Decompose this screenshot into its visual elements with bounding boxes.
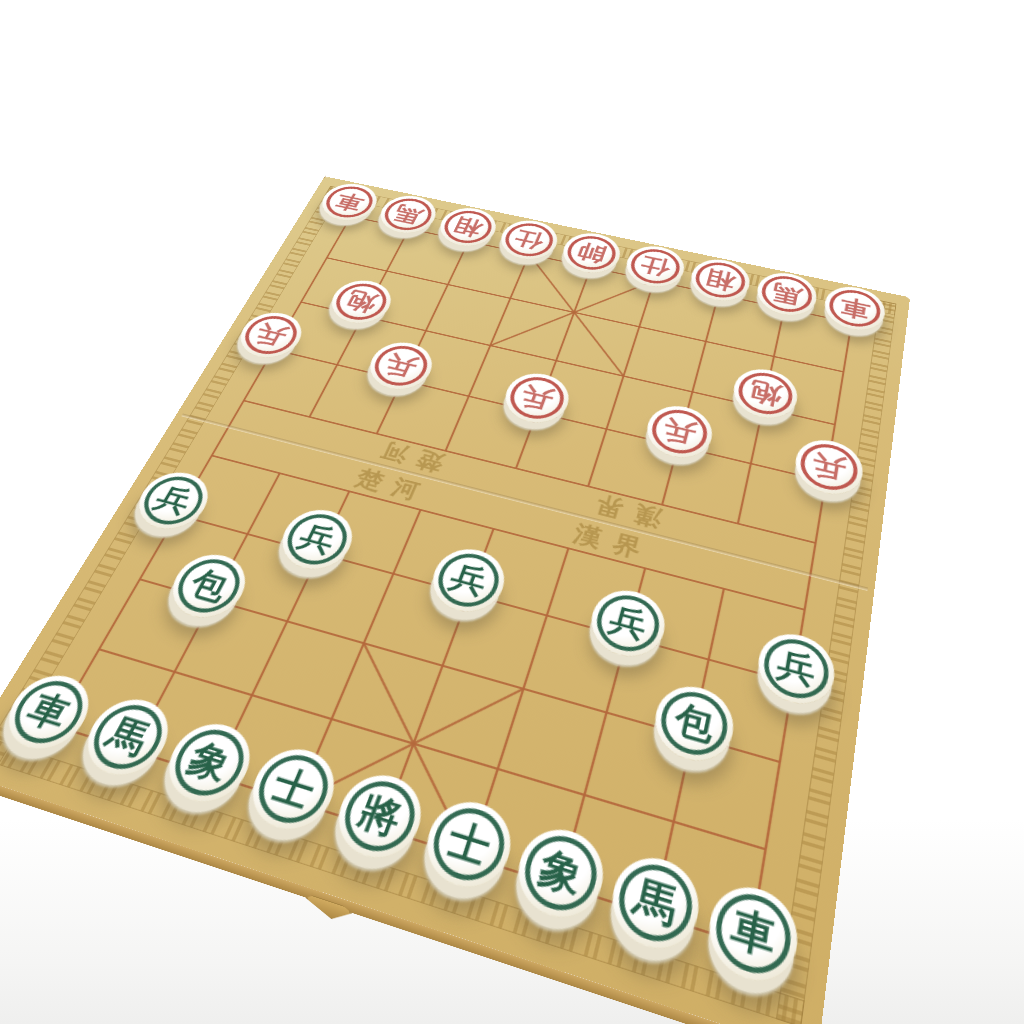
piece-character: 兵: [583, 583, 671, 665]
piece-character: 仕: [494, 216, 563, 264]
piece-character: 車: [821, 282, 887, 336]
piece-green-cannon[interactable]: 包: [160, 547, 257, 625]
scene: 楚河 漢界 楚河 漢界 車馬相仕帥仕相馬車炮炮兵兵兵兵兵兵兵兵兵兵包包車馬象士將…: [0, 0, 1024, 1024]
piece-character: 車: [314, 180, 385, 225]
piece-red-elephant[interactable]: 相: [686, 255, 754, 306]
piece-red-soldier[interactable]: 兵: [791, 434, 866, 501]
piece-character: 帥: [557, 229, 626, 278]
piece-red-soldier[interactable]: 兵: [361, 337, 440, 395]
piece-green-general[interactable]: 將: [326, 766, 432, 868]
piece-character: 兵: [641, 400, 718, 464]
piece-green-advisor[interactable]: 士: [416, 792, 521, 897]
piece-green-soldier[interactable]: 兵: [583, 583, 671, 665]
piece-character: 兵: [271, 503, 362, 577]
piece-red-advisor[interactable]: 仕: [494, 216, 563, 264]
piece-red-horse[interactable]: 馬: [753, 268, 820, 320]
piece-character: 馬: [604, 848, 706, 960]
piece-character: 兵: [753, 626, 839, 713]
piece-red-elephant[interactable]: 相: [433, 204, 503, 251]
photo-background: 楚河 漢界 楚河 漢界 車馬相仕帥仕相馬車炮炮兵兵兵兵兵兵兵兵兵兵包包車馬象士將…: [0, 0, 1024, 1024]
piece-character: 炮: [729, 364, 802, 425]
piece-green-soldier[interactable]: 兵: [127, 466, 220, 536]
piece-green-horse[interactable]: 馬: [604, 848, 706, 960]
piece-red-cannon[interactable]: 炮: [729, 364, 802, 425]
piece-red-soldier[interactable]: 兵: [498, 368, 576, 429]
piece-character: 兵: [127, 466, 220, 536]
piece-red-chariot[interactable]: 車: [821, 282, 887, 336]
piece-character: 炮: [323, 276, 399, 329]
piece-red-cannon[interactable]: 炮: [323, 276, 399, 329]
piece-character: 馬: [373, 191, 443, 237]
piece-green-soldier[interactable]: 兵: [271, 503, 362, 577]
piece-character: 包: [648, 678, 740, 770]
piece-character: 兵: [361, 337, 440, 395]
piece-red-chariot[interactable]: 車: [314, 180, 385, 225]
piece-character: 兵: [423, 542, 513, 620]
piece-red-general[interactable]: 帥: [557, 229, 626, 278]
piece-character: 兵: [230, 307, 310, 363]
piece-green-soldier[interactable]: 兵: [423, 542, 513, 620]
piece-red-advisor[interactable]: 仕: [621, 242, 689, 292]
xiangqi-board: 楚河 漢界 楚河 漢界 車馬相仕帥仕相馬車炮炮兵兵兵兵兵兵兵兵兵兵包包車馬象士將…: [0, 176, 910, 1024]
piece-character: 士: [416, 792, 521, 897]
piece-character: 相: [433, 204, 503, 251]
piece-green-soldier[interactable]: 兵: [753, 626, 839, 713]
piece-character: 將: [326, 766, 432, 868]
piece-green-elephant[interactable]: 象: [508, 820, 611, 929]
piece-red-soldier[interactable]: 兵: [230, 307, 310, 363]
piece-green-advisor[interactable]: 士: [239, 740, 346, 839]
pieces-layer: 車馬相仕帥仕相馬車炮炮兵兵兵兵兵兵兵兵兵兵包包車馬象士將士象馬車: [0, 176, 910, 1024]
piece-character: 馬: [753, 268, 820, 320]
piece-character: 象: [508, 820, 611, 929]
piece-red-horse[interactable]: 馬: [373, 191, 443, 237]
piece-character: 相: [686, 255, 754, 306]
piece-character: 兵: [791, 434, 866, 501]
piece-green-cannon[interactable]: 包: [648, 678, 740, 770]
piece-character: 兵: [498, 368, 576, 429]
piece-character: 士: [239, 740, 346, 839]
piece-character: 仕: [621, 242, 689, 292]
piece-red-soldier[interactable]: 兵: [641, 400, 718, 464]
piece-character: 包: [160, 547, 257, 625]
